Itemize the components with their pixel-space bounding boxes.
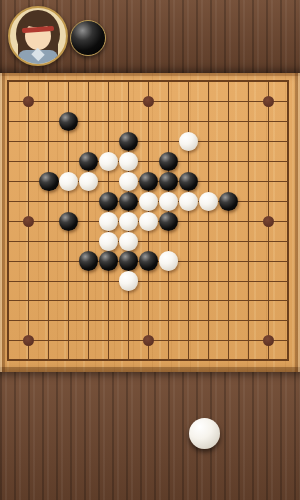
white-stone — [119, 152, 138, 171]
black-stone — [159, 152, 178, 171]
star-point — [263, 216, 274, 227]
black-stone — [119, 132, 138, 151]
bottom-player-color-stone-white — [189, 418, 220, 449]
star-point — [23, 335, 34, 346]
bottom-player-bar: ↶⚑⚙ — [0, 372, 300, 500]
black-stone — [99, 251, 118, 270]
black-stone — [119, 192, 138, 211]
grid-line — [228, 82, 229, 362]
black-stone — [119, 251, 138, 270]
white-stone — [99, 212, 118, 231]
star-point — [263, 335, 274, 346]
star-point — [23, 96, 34, 107]
black-stone — [159, 212, 178, 231]
grid-line — [9, 281, 289, 282]
black-stone — [59, 212, 78, 231]
black-stone — [159, 172, 178, 191]
white-stone — [119, 232, 138, 251]
white-stone — [139, 212, 158, 231]
game-board — [0, 73, 300, 372]
white-stone — [159, 192, 178, 211]
gomoku-app: ↶⚑⚙ — [0, 0, 300, 500]
black-stone — [139, 172, 158, 191]
grid-line — [9, 320, 289, 321]
black-stone — [219, 192, 238, 211]
white-stone — [159, 251, 178, 270]
board-grid[interactable] — [9, 82, 288, 361]
white-stone — [59, 172, 78, 191]
white-stone — [139, 192, 158, 211]
white-stone — [99, 152, 118, 171]
white-stone — [119, 271, 138, 290]
player-avatar-top[interactable] — [8, 6, 68, 66]
white-stone — [79, 172, 98, 191]
black-stone — [79, 251, 98, 270]
grid-line — [9, 300, 289, 301]
top-player-color-stone-black — [70, 20, 106, 56]
grid-line — [188, 82, 189, 362]
grid-line — [9, 241, 289, 242]
star-point — [263, 96, 274, 107]
grid-line — [208, 82, 209, 362]
white-stone — [119, 212, 138, 231]
white-stone — [179, 192, 198, 211]
star-point — [23, 216, 34, 227]
black-stone — [139, 251, 158, 270]
black-stone — [99, 192, 118, 211]
white-stone — [179, 132, 198, 151]
white-stone — [199, 192, 218, 211]
star-point — [143, 335, 154, 346]
black-stone — [179, 172, 198, 191]
black-stone — [79, 152, 98, 171]
grid-line — [248, 82, 249, 362]
star-point — [143, 96, 154, 107]
black-stone — [59, 112, 78, 131]
white-stone — [119, 172, 138, 191]
white-stone — [99, 232, 118, 251]
top-player-bar — [0, 0, 300, 73]
black-stone — [39, 172, 58, 191]
